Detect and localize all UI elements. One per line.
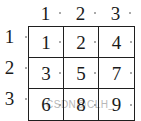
cell-value: 2 (76, 33, 86, 52)
row-header-label: 2 (5, 58, 15, 77)
format-dot-icon (59, 104, 61, 106)
col-header-label: 2 (76, 4, 86, 23)
col-header-1: 1 (28, 0, 63, 26)
format-dot-icon (59, 72, 61, 74)
grid-cell-r3c3: 9 (99, 89, 134, 120)
row-header-label: 3 (5, 89, 15, 108)
grid-cell-r2c3: 7 (99, 58, 134, 89)
grid-cell-r3c2: 8 (64, 89, 99, 120)
cell-value: 9 (112, 95, 122, 114)
cell-value: 4 (112, 33, 122, 52)
row-header-label: 1 (5, 27, 15, 46)
grid-cell-r1c2: 2 (64, 27, 99, 58)
cell-value: 5 (76, 64, 86, 83)
grid-cell-r2c2: 5 (64, 58, 99, 89)
format-dot-icon (59, 12, 61, 14)
cell-value: 8 (76, 95, 86, 114)
row-header-2: 2 (0, 52, 28, 83)
row-header-3: 3 (0, 83, 28, 114)
format-dot-icon (94, 104, 96, 106)
format-dot-icon (94, 12, 96, 14)
col-header-label: 1 (41, 4, 51, 23)
format-dot-icon (130, 72, 132, 74)
matrix-diagram: 1 2 3 1 2 3 CSDN@CLH_ 1 (0, 0, 141, 121)
cell-value: 1 (41, 33, 51, 52)
grid-cell-r1c1: 1 (29, 27, 64, 58)
format-dot-icon (130, 41, 132, 43)
format-dot-icon (25, 98, 27, 100)
col-header-label: 3 (111, 4, 121, 23)
column-headers: 1 2 3 (28, 0, 133, 26)
format-dot-icon (25, 36, 27, 38)
row-header-1: 1 (0, 21, 28, 52)
cell-value: 7 (112, 64, 122, 83)
row-headers: 1 2 3 (0, 21, 28, 114)
grid-board: 1 2 4 3 5 7 6 8 (28, 26, 135, 121)
grid-cell-r3c1: 6 (29, 89, 64, 120)
col-header-2: 2 (63, 0, 98, 26)
format-dot-icon (94, 41, 96, 43)
format-dot-icon (25, 67, 27, 69)
format-dot-icon (94, 72, 96, 74)
format-dot-icon (129, 12, 131, 14)
cell-value: 6 (41, 95, 51, 114)
col-header-3: 3 (98, 0, 133, 26)
format-dot-icon (59, 41, 61, 43)
cell-value: 3 (41, 64, 51, 83)
grid-cell-r1c3: 4 (99, 27, 134, 58)
format-dot-icon (130, 104, 132, 106)
grid-cell-r2c1: 3 (29, 58, 64, 89)
